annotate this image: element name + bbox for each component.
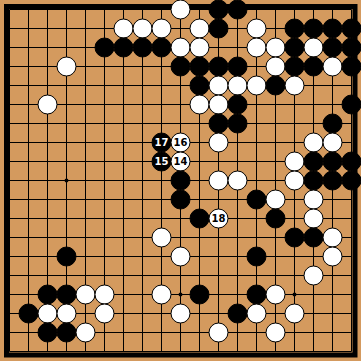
- black-stone-17-2: [323, 38, 342, 57]
- white-stone-8-15: [152, 285, 171, 304]
- white-stone-9-13: [171, 247, 190, 266]
- black-stone-16-8: [304, 152, 323, 171]
- star-point: [293, 293, 297, 297]
- black-stone-15-12: [285, 228, 304, 247]
- black-stone-16-12: [304, 228, 323, 247]
- white-stone-11-5: [209, 95, 228, 114]
- white-stone-12-9: [228, 171, 247, 190]
- go-board-diagram: 1716151418: [0, 0, 361, 361]
- black-stone-3-17: [57, 323, 76, 342]
- black-stone-11-1: [209, 19, 228, 38]
- white-stone-11-7: [209, 133, 228, 152]
- white-stone-2-16: [38, 304, 57, 323]
- black-stone-17-1: [323, 19, 342, 38]
- white-stone-10-5: [190, 95, 209, 114]
- black-stone-13-10: [247, 190, 266, 209]
- white-stone-11-11: [209, 209, 228, 228]
- white-stone-13-2: [247, 38, 266, 57]
- black-stone-16-3: [304, 57, 323, 76]
- white-stone-13-16: [247, 304, 266, 323]
- white-stone-8-12: [152, 228, 171, 247]
- white-stone-13-4: [247, 76, 266, 95]
- black-stone-13-13: [247, 247, 266, 266]
- black-stone-16-1: [304, 19, 323, 38]
- black-stone-1-16: [19, 304, 38, 323]
- black-stone-15-1: [285, 19, 304, 38]
- black-stone-10-15: [190, 285, 209, 304]
- black-stone-2-17: [38, 323, 57, 342]
- go-board: 1716151418: [0, 0, 361, 361]
- black-stone-2-15: [38, 285, 57, 304]
- white-stone-14-15: [266, 285, 285, 304]
- white-stone-17-3: [323, 57, 342, 76]
- white-stone-8-1: [152, 19, 171, 38]
- black-stone-17-9: [323, 171, 342, 190]
- black-stone-7-2: [133, 38, 152, 57]
- white-stone-4-15: [76, 285, 95, 304]
- white-stone-10-1: [190, 19, 209, 38]
- white-stone-9-7: [171, 133, 190, 152]
- white-stone-9-8: [171, 152, 190, 171]
- black-stone-17-8: [323, 152, 342, 171]
- black-stone-11-6: [209, 114, 228, 133]
- white-stone-4-17: [76, 323, 95, 342]
- black-stone-17-6: [323, 114, 342, 133]
- white-stone-6-1: [114, 19, 133, 38]
- black-stone-18-9: [342, 171, 361, 190]
- black-stone-9-9: [171, 171, 190, 190]
- white-stone-16-11: [304, 209, 323, 228]
- black-stone-11-3: [209, 57, 228, 76]
- white-stone-17-13: [323, 247, 342, 266]
- black-stone-3-15: [57, 285, 76, 304]
- white-stone-5-16: [95, 304, 114, 323]
- white-stone-5-15: [95, 285, 114, 304]
- black-stone-8-2: [152, 38, 171, 57]
- black-stone-15-2: [285, 38, 304, 57]
- black-stone-18-1: [342, 19, 361, 38]
- white-stone-14-10: [266, 190, 285, 209]
- white-stone-16-2: [304, 38, 323, 57]
- black-stone-14-4: [266, 76, 285, 95]
- black-stone-18-8: [342, 152, 361, 171]
- black-stone-3-13: [57, 247, 76, 266]
- white-stone-15-16: [285, 304, 304, 323]
- white-stone-3-3: [57, 57, 76, 76]
- white-stone-15-4: [285, 76, 304, 95]
- black-stone-9-3: [171, 57, 190, 76]
- white-stone-14-3: [266, 57, 285, 76]
- black-stone-12-3: [228, 57, 247, 76]
- white-stone-3-16: [57, 304, 76, 323]
- white-stone-11-17: [209, 323, 228, 342]
- black-stone-12-5: [228, 95, 247, 114]
- black-stone-10-4: [190, 76, 209, 95]
- black-stone-12-6: [228, 114, 247, 133]
- black-stone-18-5: [342, 95, 361, 114]
- white-stone-16-10: [304, 190, 323, 209]
- white-stone-15-9: [285, 171, 304, 190]
- black-stone-14-11: [266, 209, 285, 228]
- black-stone-11-0: [209, 0, 228, 19]
- white-stone-17-7: [323, 133, 342, 152]
- white-stone-9-16: [171, 304, 190, 323]
- white-stone-2-5: [38, 95, 57, 114]
- white-stone-12-4: [228, 76, 247, 95]
- white-stone-9-2: [171, 38, 190, 57]
- white-stone-16-14: [304, 266, 323, 285]
- black-stone-12-16: [228, 304, 247, 323]
- white-stone-15-8: [285, 152, 304, 171]
- black-stone-6-2: [114, 38, 133, 57]
- white-stone-10-2: [190, 38, 209, 57]
- black-stone-18-2: [342, 38, 361, 57]
- black-stone-8-8: [152, 152, 171, 171]
- black-stone-12-0: [228, 0, 247, 19]
- white-stone-14-17: [266, 323, 285, 342]
- white-stone-11-9: [209, 171, 228, 190]
- white-stone-9-0: [171, 0, 190, 19]
- black-stone-10-3: [190, 57, 209, 76]
- black-stone-15-3: [285, 57, 304, 76]
- white-stone-16-7: [304, 133, 323, 152]
- star-point: [65, 179, 69, 183]
- white-stone-14-2: [266, 38, 285, 57]
- black-stone-18-3: [342, 57, 361, 76]
- black-stone-9-10: [171, 190, 190, 209]
- black-stone-5-2: [95, 38, 114, 57]
- black-stone-8-7: [152, 133, 171, 152]
- white-stone-13-1: [247, 19, 266, 38]
- black-stone-13-15: [247, 285, 266, 304]
- white-stone-7-1: [133, 19, 152, 38]
- black-stone-10-11: [190, 209, 209, 228]
- white-stone-17-12: [323, 228, 342, 247]
- star-point: [179, 293, 183, 297]
- white-stone-11-4: [209, 76, 228, 95]
- black-stone-16-9: [304, 171, 323, 190]
